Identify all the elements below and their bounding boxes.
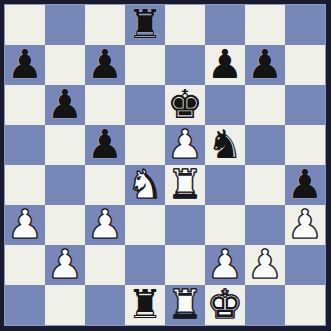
square-g3[interactable] xyxy=(245,205,285,245)
square-a6[interactable] xyxy=(5,85,45,125)
white-pawn-b2[interactable]: ♟ xyxy=(47,244,83,284)
black-rook-d8[interactable]: ♜ xyxy=(127,4,163,44)
white-pawn-g2[interactable]: ♟ xyxy=(247,244,283,284)
square-h5[interactable] xyxy=(285,125,325,165)
square-g1[interactable] xyxy=(245,285,285,325)
square-g4[interactable] xyxy=(245,165,285,205)
square-d6[interactable] xyxy=(125,85,165,125)
square-c4[interactable] xyxy=(85,165,125,205)
square-a4[interactable] xyxy=(5,165,45,205)
square-b7[interactable] xyxy=(45,45,85,85)
square-g2[interactable]: ♟ xyxy=(245,245,285,285)
square-a1[interactable] xyxy=(5,285,45,325)
square-c6[interactable] xyxy=(85,85,125,125)
square-a8[interactable] xyxy=(5,5,45,45)
square-f5[interactable]: ♞ xyxy=(205,125,245,165)
square-d1[interactable]: ♜ xyxy=(125,285,165,325)
white-pawn-c3[interactable]: ♟ xyxy=(87,204,123,244)
white-pawn-f2[interactable]: ♟ xyxy=(207,244,243,284)
square-b3[interactable] xyxy=(45,205,85,245)
black-pawn-f7[interactable]: ♟ xyxy=(207,44,243,84)
square-h2[interactable] xyxy=(285,245,325,285)
square-g7[interactable]: ♟ xyxy=(245,45,285,85)
square-e5[interactable]: ♟ xyxy=(165,125,205,165)
square-g6[interactable] xyxy=(245,85,285,125)
square-e3[interactable] xyxy=(165,205,205,245)
square-f6[interactable] xyxy=(205,85,245,125)
square-e6[interactable]: ♚ xyxy=(165,85,205,125)
white-pawn-h3[interactable]: ♟ xyxy=(287,204,323,244)
black-pawn-a7[interactable]: ♟ xyxy=(7,44,43,84)
square-c8[interactable] xyxy=(85,5,125,45)
white-pawn-e5[interactable]: ♟ xyxy=(167,124,203,164)
square-d5[interactable] xyxy=(125,125,165,165)
square-d3[interactable] xyxy=(125,205,165,245)
square-g8[interactable] xyxy=(245,5,285,45)
square-f2[interactable]: ♟ xyxy=(205,245,245,285)
square-a7[interactable]: ♟ xyxy=(5,45,45,85)
square-b8[interactable] xyxy=(45,5,85,45)
white-pawn-a3[interactable]: ♟ xyxy=(7,204,43,244)
black-pawn-c5[interactable]: ♟ xyxy=(87,124,123,164)
square-c5[interactable]: ♟ xyxy=(85,125,125,165)
square-h8[interactable] xyxy=(285,5,325,45)
square-h7[interactable] xyxy=(285,45,325,85)
square-f8[interactable] xyxy=(205,5,245,45)
white-rook-e1[interactable]: ♜ xyxy=(167,284,203,324)
black-pawn-g7[interactable]: ♟ xyxy=(247,44,283,84)
square-a3[interactable]: ♟ xyxy=(5,205,45,245)
square-c3[interactable]: ♟ xyxy=(85,205,125,245)
square-e4[interactable]: ♜ xyxy=(165,165,205,205)
chess-board: ♜♟♟♟♟♟♚♟♟♞♞♜♟♟♟♟♟♟♟♜♜♚ xyxy=(5,5,325,325)
square-e2[interactable] xyxy=(165,245,205,285)
square-f7[interactable]: ♟ xyxy=(205,45,245,85)
square-g5[interactable] xyxy=(245,125,285,165)
square-e8[interactable] xyxy=(165,5,205,45)
square-c7[interactable]: ♟ xyxy=(85,45,125,85)
square-f1[interactable]: ♚ xyxy=(205,285,245,325)
white-king-f1[interactable]: ♚ xyxy=(207,284,243,324)
black-pawn-c7[interactable]: ♟ xyxy=(87,44,123,84)
square-a5[interactable] xyxy=(5,125,45,165)
black-pawn-h4[interactable]: ♟ xyxy=(287,164,323,204)
square-c1[interactable] xyxy=(85,285,125,325)
black-rook-d1[interactable]: ♜ xyxy=(127,284,163,324)
square-d7[interactable] xyxy=(125,45,165,85)
square-c2[interactable] xyxy=(85,245,125,285)
white-rook-e4[interactable]: ♜ xyxy=(167,164,203,204)
black-pawn-b6[interactable]: ♟ xyxy=(47,84,83,124)
square-b1[interactable] xyxy=(45,285,85,325)
square-f4[interactable] xyxy=(205,165,245,205)
square-h6[interactable] xyxy=(285,85,325,125)
chess-board-frame: ♜♟♟♟♟♟♚♟♟♞♞♜♟♟♟♟♟♟♟♜♜♚ xyxy=(0,0,331,331)
black-king-e6[interactable]: ♚ xyxy=(167,84,203,124)
square-h4[interactable]: ♟ xyxy=(285,165,325,205)
square-b4[interactable] xyxy=(45,165,85,205)
square-b2[interactable]: ♟ xyxy=(45,245,85,285)
square-d4[interactable]: ♞ xyxy=(125,165,165,205)
square-f3[interactable] xyxy=(205,205,245,245)
square-d2[interactable] xyxy=(125,245,165,285)
black-knight-f5[interactable]: ♞ xyxy=(207,124,243,164)
square-h3[interactable]: ♟ xyxy=(285,205,325,245)
square-d8[interactable]: ♜ xyxy=(125,5,165,45)
white-knight-d4[interactable]: ♞ xyxy=(127,164,163,204)
square-a2[interactable] xyxy=(5,245,45,285)
square-b5[interactable] xyxy=(45,125,85,165)
square-h1[interactable] xyxy=(285,285,325,325)
square-e1[interactable]: ♜ xyxy=(165,285,205,325)
square-b6[interactable]: ♟ xyxy=(45,85,85,125)
square-e7[interactable] xyxy=(165,45,205,85)
